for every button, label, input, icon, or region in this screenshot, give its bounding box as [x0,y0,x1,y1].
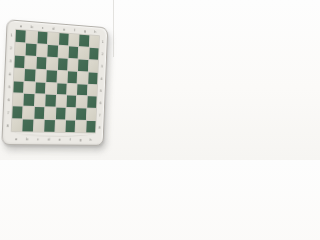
square-c7[interactable] [34,107,44,119]
rank-label: 7 [7,106,10,119]
square-g2[interactable] [79,47,89,59]
square-c6[interactable] [35,95,45,107]
square-c5[interactable] [35,82,45,94]
square-e1[interactable] [59,33,69,45]
square-b5[interactable] [24,81,34,93]
square-g4[interactable] [78,72,88,84]
square-e5[interactable] [56,83,66,95]
square-a4[interactable] [14,68,25,80]
background-edge-line [113,0,114,57]
square-e6[interactable] [56,95,66,107]
square-d2[interactable] [47,45,57,57]
square-f8[interactable] [65,121,75,133]
square-b8[interactable] [23,120,33,132]
square-c1[interactable] [37,32,47,44]
square-d8[interactable] [44,120,54,132]
file-label: e [59,27,70,32]
file-label: b [21,137,32,141]
square-h3[interactable] [88,60,98,72]
rank-label: 2 [101,48,103,60]
square-e8[interactable] [55,120,65,132]
file-labels-bottom: abcdefgh [10,136,96,142]
file-label: f [69,28,80,33]
square-h1[interactable] [89,35,99,47]
file-label: a [10,137,21,141]
square-g7[interactable] [76,108,86,120]
square-g8[interactable] [76,121,86,133]
file-label: c [32,137,43,141]
square-d3[interactable] [47,57,57,69]
rank-label: 1 [10,28,13,41]
square-b4[interactable] [25,69,35,81]
square-b1[interactable] [26,31,36,43]
rank-label: 7 [99,109,101,121]
file-label: g [75,137,85,141]
rank-label: 4 [8,67,11,80]
square-e7[interactable] [55,108,65,120]
square-c3[interactable] [36,57,46,69]
square-f7[interactable] [66,108,76,120]
file-label: b [26,24,37,29]
square-h2[interactable] [89,48,99,60]
file-label: g [80,28,90,33]
square-g3[interactable] [78,59,88,71]
square-c2[interactable] [37,44,47,56]
photo-scene: abcdefgh abcdefgh 12345678 12345678 [0,0,120,160]
square-a1[interactable] [16,30,27,42]
square-e3[interactable] [58,58,68,70]
square-a6[interactable] [13,94,24,106]
square-f2[interactable] [68,46,78,58]
square-d6[interactable] [45,95,55,107]
rank-label: 8 [98,121,100,133]
square-d4[interactable] [46,70,56,82]
square-e4[interactable] [57,70,67,82]
square-f4[interactable] [67,71,77,83]
square-d1[interactable] [48,32,58,44]
file-label: h [85,138,95,142]
square-a2[interactable] [15,43,26,55]
rank-label: 4 [100,72,102,84]
square-b2[interactable] [26,43,36,55]
square-g1[interactable] [79,35,89,47]
square-a5[interactable] [13,81,24,93]
rank-label: 5 [100,84,102,96]
square-b7[interactable] [23,107,33,119]
square-b6[interactable] [24,94,34,106]
rank-label: 8 [6,119,9,132]
rank-label: 3 [101,60,103,72]
square-h8[interactable] [86,121,96,132]
square-f1[interactable] [69,34,79,46]
square-c4[interactable] [36,69,46,81]
rank-label: 6 [7,93,10,106]
square-a7[interactable] [12,107,23,119]
square-h4[interactable] [88,72,98,84]
square-e2[interactable] [58,46,68,58]
square-d7[interactable] [45,108,55,120]
rank-label: 2 [9,41,12,54]
square-b3[interactable] [25,56,35,68]
rank-label: 1 [102,35,104,47]
square-h5[interactable] [87,84,97,96]
square-c8[interactable] [34,120,44,132]
file-label: f [65,137,76,141]
square-g5[interactable] [77,84,87,96]
rank-label: 3 [9,54,12,67]
square-a8[interactable] [12,119,23,131]
file-label: a [15,23,26,28]
file-label: d [43,137,54,141]
chessboard: abcdefgh abcdefgh 12345678 12345678 [1,19,108,146]
file-label: h [90,29,100,34]
board-grid [11,29,100,134]
rank-label: 5 [8,80,11,93]
square-g6[interactable] [77,96,87,108]
file-label: c [37,25,48,30]
square-f5[interactable] [67,83,77,95]
square-f6[interactable] [66,96,76,108]
square-f3[interactable] [68,59,78,71]
square-d5[interactable] [46,82,56,94]
square-a3[interactable] [14,55,25,67]
rank-label: 6 [99,97,101,109]
file-label: d [48,26,59,31]
square-h6[interactable] [87,97,97,109]
file-label: e [54,137,65,141]
square-h7[interactable] [86,109,96,121]
